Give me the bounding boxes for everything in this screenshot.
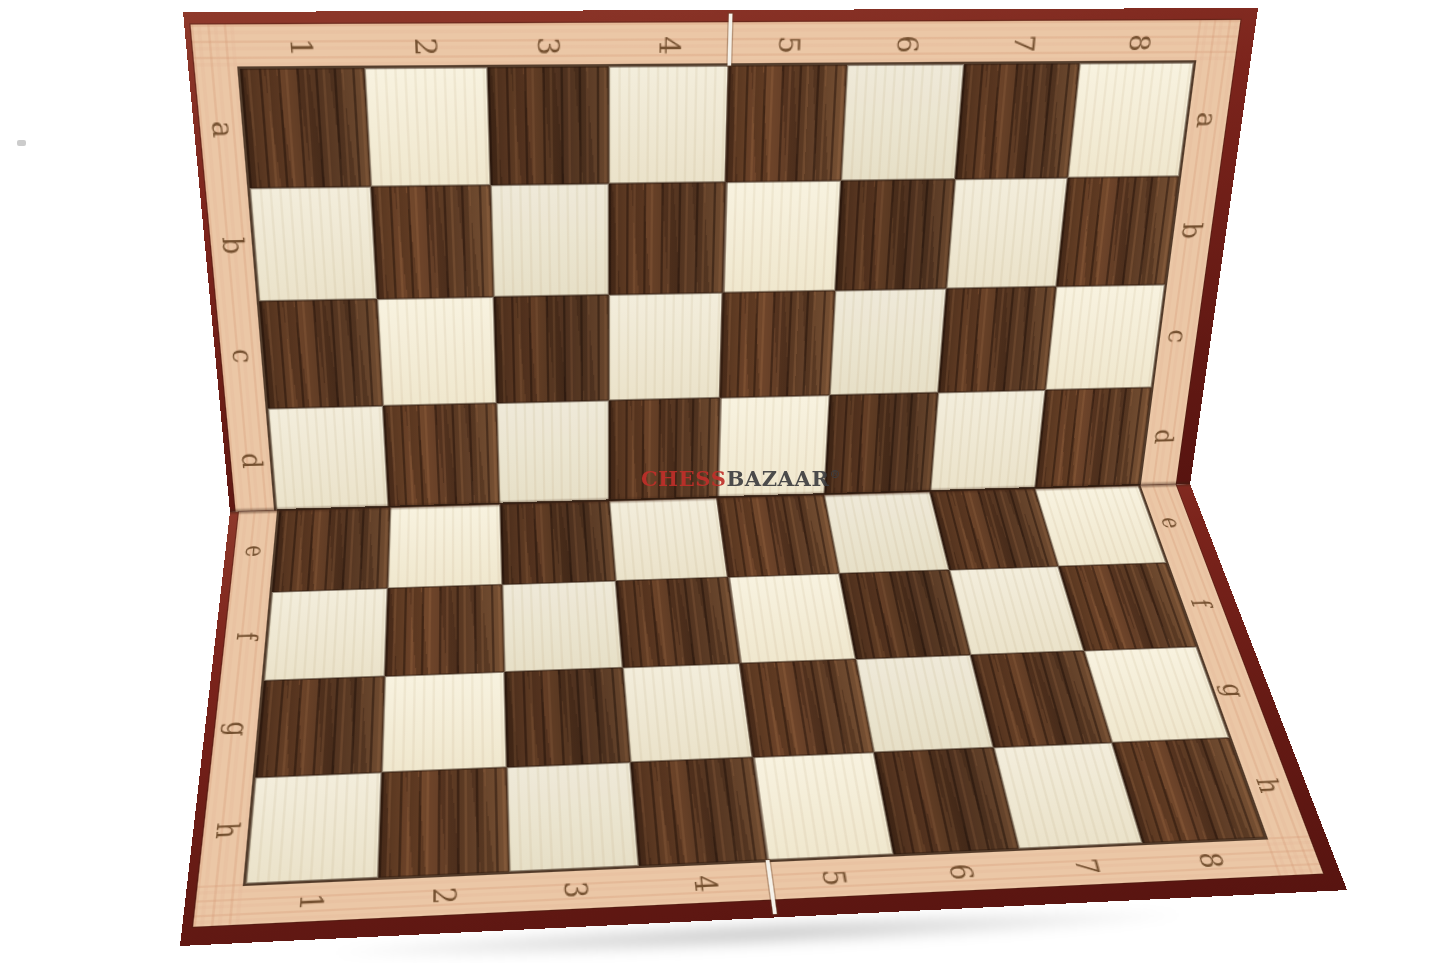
square-a5[interactable] [726, 65, 848, 182]
coordinate-label-letter: g [1217, 683, 1250, 698]
square-a8[interactable] [1068, 63, 1194, 178]
square-c2[interactable] [377, 297, 496, 406]
coordinate-label-letter: a [1192, 112, 1221, 129]
coordinate-label-letter: f [232, 632, 261, 641]
square-b8[interactable] [1056, 176, 1179, 286]
square-f2[interactable] [385, 585, 505, 677]
wood-border-grain [191, 20, 1241, 69]
square-d6[interactable] [824, 393, 938, 495]
square-e6[interactable] [824, 492, 949, 574]
square-h1[interactable] [246, 772, 382, 883]
coordinate-label-letter: e [241, 545, 270, 557]
square-d7[interactable] [930, 390, 1045, 492]
square-a4[interactable] [609, 66, 729, 184]
square-f6[interactable] [839, 570, 970, 659]
square-g6[interactable] [856, 655, 994, 752]
coordinate-label-letter: a [207, 121, 238, 138]
coordinate-label-number: 4 [689, 875, 722, 893]
coordinate-label-letter: e [1156, 517, 1185, 529]
registered-trademark-icon: ® [829, 468, 840, 481]
coordinate-label-letter: b [218, 237, 248, 255]
square-h6[interactable] [874, 747, 1019, 854]
square-e3[interactable] [500, 501, 615, 585]
square-c7[interactable] [938, 287, 1056, 393]
coordinate-label-letter: d [237, 453, 266, 469]
coordinate-label-number: 5 [817, 869, 850, 887]
coordinate-label-number: 1 [294, 893, 327, 912]
product-photo-scene: CHESSBAZAAR® 12345678aabbccdd12345678eef… [0, 0, 1445, 963]
coordinate-label-letter: h [1251, 777, 1285, 794]
square-c4[interactable] [609, 293, 723, 401]
square-h3[interactable] [507, 762, 639, 872]
square-b1[interactable] [250, 187, 377, 302]
square-g2[interactable] [382, 672, 507, 772]
square-c5[interactable] [720, 291, 835, 398]
square-b3[interactable] [491, 184, 609, 297]
square-h2[interactable] [378, 767, 509, 877]
coordinate-label-letter: f [1186, 599, 1215, 607]
square-d1[interactable] [268, 406, 389, 511]
coordinate-label-letter: d [1150, 429, 1177, 445]
square-e2[interactable] [388, 504, 503, 588]
coordinate-label-number: 2 [428, 887, 460, 906]
square-h5[interactable] [753, 752, 894, 860]
square-g3[interactable] [504, 668, 630, 768]
square-b5[interactable] [723, 181, 841, 293]
coordinate-label-number: 5 [774, 36, 803, 55]
square-f4[interactable] [616, 577, 740, 667]
coordinate-label-number: 3 [559, 881, 591, 899]
square-d3[interactable] [497, 400, 609, 504]
square-a6[interactable] [841, 64, 964, 181]
coordinate-label-number: 4 [655, 36, 684, 55]
square-d2[interactable] [383, 403, 499, 507]
brand-watermark-chess: CHESS [641, 466, 726, 491]
square-b7[interactable] [946, 178, 1067, 289]
square-c3[interactable] [494, 295, 609, 403]
coordinate-label-number: 7 [1069, 857, 1104, 875]
coordinate-label-letter: h [211, 822, 244, 840]
square-d8[interactable] [1035, 387, 1151, 488]
playing-squares [246, 486, 1265, 884]
coordinate-label-number: 2 [410, 37, 440, 56]
photo-artifact-speck [17, 140, 26, 146]
coordinate-label-number: 3 [533, 37, 563, 56]
board-bottom-half: 12345678eeffgghh [180, 484, 1347, 946]
square-b6[interactable] [835, 179, 955, 290]
square-e4[interactable] [609, 498, 728, 581]
square-e1[interactable] [272, 507, 390, 592]
coordinate-label-letter: g [222, 721, 253, 737]
square-f1[interactable] [264, 588, 388, 680]
coordinate-label-number: 8 [1193, 852, 1228, 870]
coordinate-label-letter: b [1177, 222, 1205, 239]
square-h4[interactable] [630, 757, 766, 866]
coordinate-label-letter: c [228, 349, 257, 364]
square-a7[interactable] [955, 63, 1080, 179]
square-a3[interactable] [487, 66, 608, 185]
square-a1[interactable] [240, 68, 371, 188]
square-g4[interactable] [623, 663, 753, 762]
brand-watermark: CHESSBAZAAR® [641, 466, 840, 491]
square-g5[interactable] [740, 659, 874, 757]
square-e5[interactable] [717, 495, 839, 577]
square-f5[interactable] [728, 574, 856, 664]
square-c8[interactable] [1045, 285, 1164, 390]
square-b2[interactable] [371, 185, 494, 299]
coordinate-label-number: 1 [285, 38, 316, 57]
square-c6[interactable] [830, 289, 947, 396]
board-top-half: 12345678aabbccdd [183, 8, 1258, 512]
square-f3[interactable] [502, 581, 622, 672]
coordinate-label-number: 7 [1009, 34, 1039, 52]
coordinate-label-letter: c [1164, 329, 1191, 343]
square-g1[interactable] [255, 676, 385, 777]
coordinate-label-number: 8 [1124, 34, 1154, 52]
brand-watermark-bazaar: BAZAAR [726, 466, 829, 491]
coordinate-label-number: 6 [944, 863, 978, 881]
square-c1[interactable] [259, 299, 383, 409]
square-a2[interactable] [364, 67, 490, 186]
square-b4[interactable] [609, 182, 726, 295]
coordinate-label-number: 6 [892, 35, 921, 53]
